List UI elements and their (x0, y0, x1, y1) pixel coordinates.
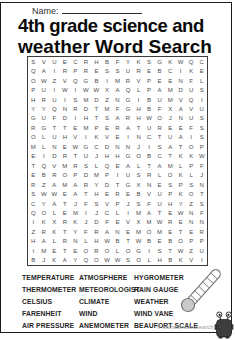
grid-cell-r21c3[interactable]: E (49, 246, 60, 255)
grid-cell-r11c10[interactable]: G (123, 152, 134, 161)
grid-cell-r15c13[interactable]: U (154, 189, 165, 198)
grid-cell-r20c14[interactable]: B (165, 237, 176, 246)
grid-cell-r4c1[interactable]: P (28, 85, 39, 94)
grid-cell-r17c12[interactable]: A (144, 208, 155, 217)
grid-cell-r18c15[interactable]: E (175, 218, 186, 227)
grid-cell-r3c17[interactable]: L (196, 76, 207, 85)
grid-cell-r12c15[interactable]: L (175, 161, 186, 170)
grid-cell-r19c13[interactable]: M (154, 227, 165, 236)
grid-cell-r11c3[interactable]: D (49, 152, 60, 161)
grid-cell-r12c12[interactable]: T (144, 161, 155, 170)
grid-cell-r12c16[interactable]: P (186, 161, 197, 170)
grid-cell-r10c3[interactable]: N (49, 142, 60, 151)
grid-cell-r19c4[interactable]: T (60, 227, 71, 236)
grid-cell-r6c8[interactable]: M (102, 104, 113, 113)
grid-cell-r3c6[interactable]: G (81, 76, 92, 85)
grid-cell-r10c16[interactable]: O (186, 142, 197, 151)
grid-cell-r9c4[interactable]: H (60, 133, 71, 142)
grid-cell-r5c2[interactable]: R (39, 95, 50, 104)
grid-cell-r18c11[interactable]: X (133, 218, 144, 227)
grid-cell-r19c15[interactable]: T (175, 227, 186, 236)
grid-cell-r22c10[interactable]: S (123, 256, 134, 265)
grid-cell-r1c3[interactable]: U (49, 57, 60, 66)
grid-cell-r4c14[interactable]: M (165, 85, 176, 94)
grid-cell-r9c13[interactable]: T (154, 133, 165, 142)
grid-cell-r20c3[interactable]: L (49, 237, 60, 246)
grid-cell-r11c9[interactable]: H (112, 152, 123, 161)
grid-cell-r4c17[interactable]: S (196, 85, 207, 94)
grid-cell-r9c5[interactable]: V (70, 133, 81, 142)
grid-cell-r19c8[interactable]: A (102, 227, 113, 236)
grid-cell-r2c6[interactable]: R (81, 66, 92, 75)
grid-cell-r6c6[interactable]: D (81, 104, 92, 113)
grid-cell-r17c8[interactable]: C (102, 208, 113, 217)
grid-cell-r7c3[interactable]: F (49, 114, 60, 123)
grid-cell-r15c2[interactable]: W (39, 189, 50, 198)
grid-cell-r21c9[interactable]: L (112, 246, 123, 255)
grid-cell-r20c9[interactable]: B (112, 237, 123, 246)
grid-cell-r13c15[interactable]: K (175, 170, 186, 179)
grid-cell-r12c17[interactable]: F (196, 161, 207, 170)
grid-cell-r12c10[interactable]: A (123, 161, 134, 170)
grid-cell-r20c11[interactable]: W (133, 237, 144, 246)
grid-cell-r3c5[interactable]: Q (70, 76, 81, 85)
grid-cell-r11c7[interactable]: J (91, 152, 102, 161)
grid-cell-r4c11[interactable]: L (133, 85, 144, 94)
grid-cell-r4c2[interactable]: U (39, 85, 50, 94)
grid-cell-r14c7[interactable]: Y (91, 180, 102, 189)
grid-cell-r18c8[interactable]: F (102, 218, 113, 227)
grid-cell-r14c4[interactable]: M (60, 180, 71, 189)
grid-cell-r12c6[interactable]: S (81, 161, 92, 170)
grid-cell-r3c4[interactable]: V (60, 76, 71, 85)
grid-cell-r10c7[interactable]: C (91, 142, 102, 151)
grid-cell-r10c12[interactable]: I (144, 142, 155, 151)
grid-cell-r7c5[interactable]: I (70, 114, 81, 123)
grid-cell-r16c14[interactable]: H (165, 199, 176, 208)
grid-cell-r13c13[interactable]: L (154, 170, 165, 179)
grid-cell-r9c15[interactable]: A (175, 133, 186, 142)
grid-cell-r22c13[interactable]: H (154, 256, 165, 265)
grid-cell-r1c5[interactable]: C (70, 57, 81, 66)
grid-cell-r21c15[interactable]: W (175, 246, 186, 255)
grid-cell-r7c10[interactable]: R (123, 114, 134, 123)
grid-cell-r2c5[interactable]: P (70, 66, 81, 75)
grid-cell-r2c12[interactable]: E (144, 66, 155, 75)
grid-cell-r7c13[interactable]: O (154, 114, 165, 123)
grid-cell-r8c9[interactable]: R (112, 123, 123, 132)
grid-cell-r18c2[interactable]: K (39, 218, 50, 227)
grid-cell-r1c17[interactable]: C (196, 57, 207, 66)
grid-cell-r20c1[interactable]: H (28, 237, 39, 246)
grid-cell-r6c10[interactable]: G (123, 104, 134, 113)
grid-cell-r16c9[interactable]: P (112, 199, 123, 208)
grid-cell-r10c6[interactable]: G (81, 142, 92, 151)
grid-cell-r9c11[interactable]: N (133, 133, 144, 142)
grid-cell-r13c5[interactable]: P (70, 170, 81, 179)
grid-cell-r8c7[interactable]: P (91, 123, 102, 132)
grid-cell-r18c14[interactable]: R (165, 218, 176, 227)
grid-cell-r5c6[interactable]: M (81, 95, 92, 104)
grid-cell-r8c6[interactable]: M (81, 123, 92, 132)
grid-cell-r20c8[interactable]: W (102, 237, 113, 246)
grid-cell-r16c17[interactable]: S (196, 199, 207, 208)
grid-cell-r13c8[interactable]: P (102, 170, 113, 179)
grid-cell-r18c4[interactable]: R (60, 218, 71, 227)
grid-cell-r14c17[interactable]: N (196, 180, 207, 189)
grid-cell-r2c13[interactable]: B (154, 66, 165, 75)
grid-cell-r1c4[interactable]: E (60, 57, 71, 66)
grid-cell-r12c3[interactable]: V (49, 161, 60, 170)
grid-cell-r19c3[interactable]: K (49, 227, 60, 236)
grid-cell-r1c1[interactable]: S (28, 57, 39, 66)
grid-cell-r9c14[interactable]: U (165, 133, 176, 142)
grid-cell-r4c16[interactable]: U (186, 85, 197, 94)
grid-cell-r4c9[interactable]: A (112, 85, 123, 94)
grid-cell-r15c17[interactable]: T (196, 189, 207, 198)
grid-cell-r22c14[interactable]: B (165, 256, 176, 265)
grid-cell-r4c15[interactable]: D (175, 85, 186, 94)
grid-cell-r10c5[interactable]: W (70, 142, 81, 151)
grid-cell-r11c11[interactable]: O (133, 152, 144, 161)
grid-cell-r16c5[interactable]: J (70, 199, 81, 208)
grid-cell-r8c15[interactable]: E (175, 123, 186, 132)
grid-cell-r8c13[interactable]: R (154, 123, 165, 132)
grid-cell-r9c12[interactable]: C (144, 133, 155, 142)
grid-cell-r20c16[interactable]: P (186, 237, 197, 246)
grid-cell-r17c1[interactable]: Q (28, 208, 39, 217)
grid-cell-r20c15[interactable]: O (175, 237, 186, 246)
grid-cell-r8c14[interactable]: E (165, 123, 176, 132)
grid-cell-r16c16[interactable]: Z (186, 199, 197, 208)
grid-cell-r15c14[interactable]: P (165, 189, 176, 198)
grid-cell-r2c10[interactable]: U (123, 66, 134, 75)
grid-cell-r17c9[interactable]: L (112, 208, 123, 217)
grid-cell-r8c11[interactable]: T (133, 123, 144, 132)
grid-cell-r1c11[interactable]: K (133, 57, 144, 66)
grid-cell-r14c11[interactable]: X (133, 180, 144, 189)
grid-cell-r22c3[interactable]: K (49, 256, 60, 265)
grid-cell-r4c8[interactable]: X (102, 85, 113, 94)
grid-cell-r2c11[interactable]: R (133, 66, 144, 75)
grid-cell-r15c8[interactable]: E (102, 189, 113, 198)
grid-cell-r13c14[interactable]: O (165, 170, 176, 179)
grid-cell-r3c13[interactable]: E (154, 76, 165, 85)
grid-cell-r18c9[interactable]: E (112, 218, 123, 227)
grid-cell-r11c4[interactable]: R (60, 152, 71, 161)
grid-cell-r19c9[interactable]: N (112, 227, 123, 236)
grid-cell-r3c15[interactable]: N (175, 76, 186, 85)
grid-cell-r3c10[interactable]: R (123, 76, 134, 85)
grid-cell-r19c6[interactable]: F (81, 227, 92, 236)
grid-cell-r21c8[interactable]: O (102, 246, 113, 255)
grid-cell-r6c1[interactable]: Y (28, 104, 39, 113)
grid-cell-r19c2[interactable]: R (39, 227, 50, 236)
grid-cell-r15c10[interactable]: E (123, 189, 134, 198)
grid-cell-r5c11[interactable]: I (133, 95, 144, 104)
grid-cell-r2c8[interactable]: S (102, 66, 113, 75)
grid-cell-r17c2[interactable]: O (39, 208, 50, 217)
grid-cell-r15c16[interactable]: O (186, 189, 197, 198)
grid-cell-r9c8[interactable]: V (102, 133, 113, 142)
grid-cell-r20c7[interactable]: H (91, 237, 102, 246)
grid-cell-r3c14[interactable]: E (165, 76, 176, 85)
grid-cell-r3c9[interactable]: M (112, 76, 123, 85)
grid-cell-r12c4[interactable]: M (60, 161, 71, 170)
grid-cell-r16c4[interactable]: T (60, 199, 71, 208)
grid-cell-r18c1[interactable]: I (28, 218, 39, 227)
grid-cell-r21c5[interactable]: E (70, 246, 81, 255)
grid-cell-r20c4[interactable]: R (60, 237, 71, 246)
grid-cell-r11c1[interactable]: E (28, 152, 39, 161)
grid-cell-r3c16[interactable]: F (186, 76, 197, 85)
grid-cell-r4c13[interactable]: A (154, 85, 165, 94)
grid-cell-r8c2[interactable]: G (39, 123, 50, 132)
grid-cell-r6c7[interactable]: T (91, 104, 102, 113)
grid-cell-r1c13[interactable]: G (154, 57, 165, 66)
grid-cell-r4c12[interactable]: P (144, 85, 155, 94)
grid-cell-r7c8[interactable]: S (102, 114, 113, 123)
grid-cell-r14c3[interactable]: A (49, 180, 60, 189)
grid-cell-r21c2[interactable]: M (39, 246, 50, 255)
grid-cell-r15c6[interactable]: T (81, 189, 92, 198)
grid-cell-r18c16[interactable]: N (186, 218, 197, 227)
grid-cell-r5c16[interactable]: Q (186, 95, 197, 104)
grid-cell-r18c10[interactable]: V (123, 218, 134, 227)
grid-cell-r2c4[interactable]: R (60, 66, 71, 75)
grid-cell-r3c3[interactable]: Z (49, 76, 60, 85)
grid-cell-r9c1[interactable]: O (28, 133, 39, 142)
grid-cell-r6c5[interactable]: R (70, 104, 81, 113)
grid-cell-r22c4[interactable]: A (60, 256, 71, 265)
grid-cell-r8c16[interactable]: F (186, 123, 197, 132)
grid-cell-r21c13[interactable]: S (154, 246, 165, 255)
grid-cell-r17c15[interactable]: W (175, 208, 186, 217)
grid-cell-r15c9[interactable]: R (112, 189, 123, 198)
grid-cell-r21c16[interactable]: Z (186, 246, 197, 255)
grid-cell-r9c7[interactable]: K (91, 133, 102, 142)
grid-cell-r8c3[interactable]: T (49, 123, 60, 132)
grid-cell-r14c16[interactable]: S (186, 180, 197, 189)
grid-cell-r9c2[interactable]: L (39, 133, 50, 142)
grid-cell-r2c15[interactable]: I (175, 66, 186, 75)
grid-cell-r6c14[interactable]: X (165, 104, 176, 113)
grid-cell-r6c13[interactable]: F (154, 104, 165, 113)
grid-cell-r11c13[interactable]: C (154, 152, 165, 161)
grid-cell-r10c9[interactable]: N (112, 142, 123, 151)
grid-cell-r19c10[interactable]: E (123, 227, 134, 236)
grid-cell-r21c12[interactable]: I (144, 246, 155, 255)
grid-cell-r20c6[interactable]: L (81, 237, 92, 246)
grid-cell-r21c14[interactable]: T (165, 246, 176, 255)
grid-cell-r11c14[interactable]: T (165, 152, 176, 161)
grid-cell-r8c8[interactable]: E (102, 123, 113, 132)
grid-cell-r15c7[interactable]: H (91, 189, 102, 198)
grid-cell-r16c11[interactable]: S (133, 199, 144, 208)
grid-cell-r13c3[interactable]: R (49, 170, 60, 179)
grid-cell-r11c8[interactable]: H (102, 152, 113, 161)
grid-cell-r21c10[interactable]: O (123, 246, 134, 255)
grid-cell-r19c5[interactable]: Y (70, 227, 81, 236)
grid-cell-r7c1[interactable]: G (28, 114, 39, 123)
grid-cell-r12c5[interactable]: R (70, 161, 81, 170)
grid-cell-r5c17[interactable]: I (196, 95, 207, 104)
grid-cell-r1c8[interactable]: B (102, 57, 113, 66)
grid-cell-r21c6[interactable]: O (81, 246, 92, 255)
grid-cell-r14c1[interactable]: R (28, 180, 39, 189)
grid-cell-r21c17[interactable]: U (196, 246, 207, 255)
grid-cell-r12c11[interactable]: L (133, 161, 144, 170)
grid-cell-r21c7[interactable]: R (91, 246, 102, 255)
grid-cell-r16c15[interactable]: Y (175, 199, 186, 208)
grid-cell-r20c2[interactable]: A (39, 237, 50, 246)
grid-cell-r21c1[interactable]: I (28, 246, 39, 255)
grid-cell-r15c11[interactable]: B (133, 189, 144, 198)
grid-cell-r4c10[interactable]: Q (123, 85, 134, 94)
grid-cell-r17c5[interactable]: M (70, 208, 81, 217)
grid-cell-r13c1[interactable]: E (28, 170, 39, 179)
grid-cell-r12c1[interactable]: T (28, 161, 39, 170)
grid-cell-r8c10[interactable]: A (123, 123, 134, 132)
grid-cell-r13c17[interactable]: J (196, 170, 207, 179)
grid-cell-r6c11[interactable]: H (133, 104, 144, 113)
grid-cell-r6c15[interactable]: A (175, 104, 186, 113)
grid-cell-r12c13[interactable]: A (154, 161, 165, 170)
grid-cell-r22c7[interactable]: O (91, 256, 102, 265)
grid-cell-r9c9[interactable]: E (112, 133, 123, 142)
grid-cell-r4c4[interactable]: W (60, 85, 71, 94)
grid-cell-r10c11[interactable]: J (133, 142, 144, 151)
grid-cell-r20c5[interactable]: N (70, 237, 81, 246)
grid-cell-r7c12[interactable]: W (144, 114, 155, 123)
grid-cell-r9c16[interactable]: I (186, 133, 197, 142)
grid-cell-r15c5[interactable]: A (70, 189, 81, 198)
grid-cell-r14c13[interactable]: E (154, 180, 165, 189)
grid-cell-r5c7[interactable]: D (91, 95, 102, 104)
grid-cell-r2c1[interactable]: Q (28, 66, 39, 75)
grid-cell-r13c6[interactable]: D (81, 170, 92, 179)
grid-cell-r17c11[interactable]: M (133, 208, 144, 217)
grid-cell-r6c2[interactable]: Y (39, 104, 50, 113)
grid-cell-r5c3[interactable]: U (49, 95, 60, 104)
grid-cell-r10c4[interactable]: E (60, 142, 71, 151)
grid-cell-r5c12[interactable]: B (144, 95, 155, 104)
grid-cell-r15c12[interactable]: V (144, 189, 155, 198)
grid-cell-r13c12[interactable]: R (144, 170, 155, 179)
grid-cell-r18c7[interactable]: D (91, 218, 102, 227)
grid-cell-r5c15[interactable]: V (175, 95, 186, 104)
grid-cell-r5c5[interactable]: S (70, 95, 81, 104)
grid-cell-r11c2[interactable]: I (39, 152, 50, 161)
grid-cell-r16c8[interactable]: V (102, 199, 113, 208)
grid-cell-r4c5[interactable]: I (70, 85, 81, 94)
grid-cell-r14c12[interactable]: N (144, 180, 155, 189)
grid-cell-r16c10[interactable]: J (123, 199, 134, 208)
grid-cell-r11c12[interactable]: B (144, 152, 155, 161)
grid-cell-r22c1[interactable]: B (28, 256, 39, 265)
grid-cell-r16c2[interactable]: Y (39, 199, 50, 208)
grid-cell-r6c4[interactable]: N (60, 104, 71, 113)
grid-cell-r16c7[interactable]: S (91, 199, 102, 208)
grid-cell-r22c8[interactable]: W (102, 256, 113, 265)
grid-cell-r13c16[interactable]: L (186, 170, 197, 179)
grid-cell-r18c6[interactable]: J (81, 218, 92, 227)
grid-cell-r7c16[interactable]: U (186, 114, 197, 123)
grid-cell-r10c1[interactable]: M (28, 142, 39, 151)
grid-cell-r17c3[interactable]: L (49, 208, 60, 217)
grid-cell-r1c16[interactable]: Q (186, 57, 197, 66)
grid-cell-r14c9[interactable]: T (112, 180, 123, 189)
grid-cell-r22c9[interactable]: W (112, 256, 123, 265)
grid-cell-r11c15[interactable]: K (175, 152, 186, 161)
grid-cell-r3c11[interactable]: V (133, 76, 144, 85)
grid-cell-r12c14[interactable]: M (165, 161, 176, 170)
grid-cell-r10c17[interactable]: P (196, 142, 207, 151)
grid-cell-r16c6[interactable]: F (81, 199, 92, 208)
grid-cell-r15c15[interactable]: K (175, 189, 186, 198)
grid-cell-r13c2[interactable]: B (39, 170, 50, 179)
grid-cell-r17c14[interactable]: E (165, 208, 176, 217)
grid-cell-r16c3[interactable]: A (49, 199, 60, 208)
grid-cell-r13c4[interactable]: O (60, 170, 71, 179)
grid-cell-r5c9[interactable]: N (112, 95, 123, 104)
grid-cell-r2c9[interactable]: S (112, 66, 123, 75)
grid-cell-r7c9[interactable]: A (112, 114, 123, 123)
grid-cell-r19c11[interactable]: M (133, 227, 144, 236)
grid-cell-r14c6[interactable]: R (81, 180, 92, 189)
grid-cell-r10c8[interactable]: D (102, 142, 113, 151)
grid-cell-r22c2[interactable]: J (39, 256, 50, 265)
grid-cell-r18c17[interactable]: N (196, 218, 207, 227)
grid-cell-r7c2[interactable]: U (39, 114, 50, 123)
grid-cell-r11c5[interactable]: T (70, 152, 81, 161)
grid-cell-r10c14[interactable]: A (165, 142, 176, 151)
grid-cell-r15c1[interactable]: S (28, 189, 39, 198)
grid-cell-r18c5[interactable]: K (70, 218, 81, 227)
grid-cell-r6c3[interactable]: Q (49, 104, 60, 113)
grid-cell-r17c13[interactable]: T (154, 208, 165, 217)
grid-cell-r17c4[interactable]: E (60, 208, 71, 217)
grid-cell-r9c6[interactable]: I (81, 133, 92, 142)
grid-cell-r22c11[interactable]: O (133, 256, 144, 265)
grid-cell-r22c5[interactable]: Y (70, 256, 81, 265)
grid-cell-r1c10[interactable]: Y (123, 57, 134, 66)
grid-cell-r8c5[interactable]: E (70, 123, 81, 132)
grid-cell-r2c3[interactable]: I (49, 66, 60, 75)
grid-cell-r16c13[interactable]: U (154, 199, 165, 208)
grid-cell-r1c14[interactable]: K (165, 57, 176, 66)
grid-cell-r7c15[interactable]: N (175, 114, 186, 123)
grid-cell-r8c12[interactable]: U (144, 123, 155, 132)
grid-cell-r12c9[interactable]: E (112, 161, 123, 170)
grid-cell-r8c4[interactable]: T (60, 123, 71, 132)
grid-cell-r2c17[interactable]: E (196, 66, 207, 75)
grid-cell-r11c6[interactable]: U (81, 152, 92, 161)
grid-cell-r5c14[interactable]: M (165, 95, 176, 104)
grid-cell-r14c8[interactable]: D (102, 180, 113, 189)
grid-cell-r7c14[interactable]: J (165, 114, 176, 123)
grid-cell-r9c3[interactable]: U (49, 133, 60, 142)
grid-cell-r12c2[interactable]: Q (39, 161, 50, 170)
grid-cell-r8c17[interactable]: S (196, 123, 207, 132)
grid-cell-r21c11[interactable]: G (133, 246, 144, 255)
grid-cell-r20c17[interactable]: P (196, 237, 207, 246)
grid-cell-r17c10[interactable]: I (123, 208, 134, 217)
grid-cell-r7c7[interactable]: T (91, 114, 102, 123)
grid-cell-r13c10[interactable]: U (123, 170, 134, 179)
grid-cell-r6c12[interactable]: B (144, 104, 155, 113)
grid-cell-r9c17[interactable]: S (196, 133, 207, 142)
